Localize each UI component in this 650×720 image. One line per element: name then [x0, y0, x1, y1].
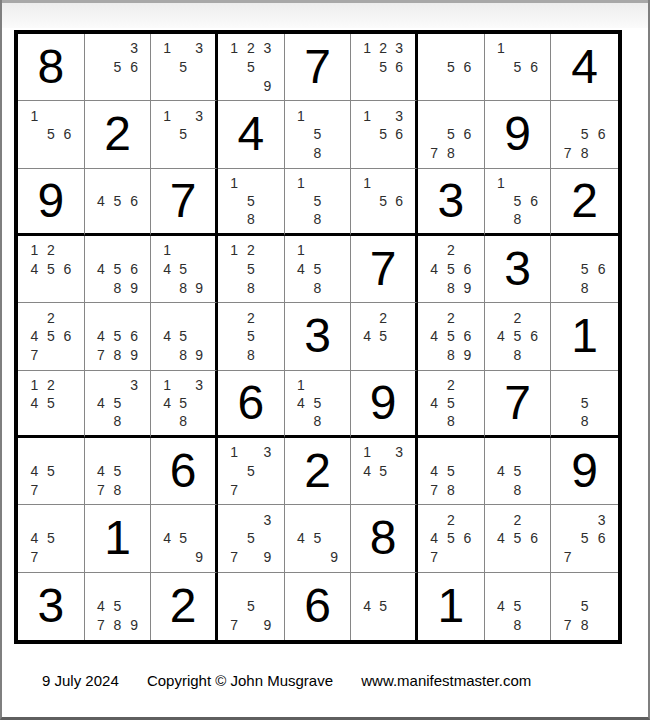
cell-r1c6[interactable]: 12356 [351, 34, 418, 101]
candidate-5: 5 [175, 327, 191, 346]
candidate-5: 5 [43, 327, 60, 346]
candidate-4: 4 [493, 462, 510, 481]
cell-r5c1[interactable]: 24567 [18, 303, 85, 370]
candidate-4: 4 [26, 462, 43, 481]
candidate-4: 4 [159, 260, 175, 279]
cell-r6c4[interactable]: 6 [218, 371, 285, 438]
cell-r8c8[interactable]: 2456 [485, 505, 552, 572]
candidate-4: 4 [493, 597, 510, 616]
candidate-8: 8 [309, 279, 326, 298]
candidate-2: 2 [43, 308, 60, 327]
cell-r8c9[interactable]: 3567 [551, 505, 618, 572]
candidate-5: 5 [509, 597, 526, 616]
candidate-7: 7 [226, 548, 243, 567]
candidate-1: 1 [359, 39, 375, 58]
cell-r1c1[interactable]: 8 [18, 34, 85, 101]
candidate-5: 5 [43, 462, 60, 481]
candidate-5: 5 [443, 462, 460, 481]
candidate-5: 5 [109, 58, 126, 77]
candidate-9: 9 [191, 346, 207, 365]
cell-r9c5[interactable]: 6 [285, 573, 352, 640]
cell-r5c2[interactable]: 456789 [85, 303, 152, 370]
candidate-3: 3 [391, 39, 407, 58]
candidate-5: 5 [175, 529, 191, 548]
pencil-marks: 24567 [18, 303, 84, 369]
cell-r2c3[interactable]: 135 [151, 101, 218, 168]
candidate-6: 6 [59, 125, 76, 144]
cell-r5c4[interactable]: 258 [218, 303, 285, 370]
cell-r9c7[interactable]: 1 [418, 573, 485, 640]
cell-r1c5[interactable]: 7 [285, 34, 352, 101]
candidate-8: 8 [576, 279, 593, 298]
pencil-marks: 158 [285, 169, 351, 233]
pencil-marks: 245 [351, 303, 415, 369]
candidate-5: 5 [109, 597, 126, 616]
placed-digit: 6 [151, 438, 215, 504]
candidate-8: 8 [443, 481, 460, 500]
placed-digit: 2 [285, 438, 351, 504]
candidate-7: 7 [93, 616, 110, 635]
cell-r1c3[interactable]: 135 [151, 34, 218, 101]
candidate-5: 5 [375, 597, 391, 616]
pencil-marks: 245689 [418, 236, 484, 302]
candidate-9: 9 [191, 279, 207, 298]
cell-r2c6[interactable]: 1356 [351, 101, 418, 168]
candidate-4: 4 [93, 260, 110, 279]
pencil-marks: 568 [551, 236, 618, 302]
placed-digit: 9 [551, 438, 618, 504]
pencil-marks: 1258 [218, 236, 284, 302]
pencil-marks: 4589 [151, 303, 215, 369]
cell-r8c4[interactable]: 3579 [218, 505, 285, 572]
candidate-2: 2 [243, 241, 260, 260]
candidate-5: 5 [175, 58, 191, 77]
candidate-5: 5 [443, 394, 460, 412]
candidate-6: 6 [59, 327, 76, 346]
candidate-2: 2 [443, 308, 460, 327]
cell-r8c6[interactable]: 8 [351, 505, 418, 572]
cell-r7c3[interactable]: 6 [151, 438, 218, 505]
footer-website: www.manifestmaster.com [361, 672, 531, 689]
candidate-8: 8 [309, 412, 326, 430]
cell-r8c1[interactable]: 457 [18, 505, 85, 572]
candidate-1: 1 [293, 106, 310, 125]
placed-digit: 7 [285, 34, 351, 100]
candidate-4: 4 [359, 597, 375, 616]
candidate-1: 1 [359, 174, 375, 192]
pencil-marks: 356 [85, 34, 151, 100]
cell-r7c8[interactable]: 458 [485, 438, 552, 505]
candidate-5: 5 [243, 529, 260, 548]
candidate-7: 7 [559, 144, 576, 163]
pencil-marks: 3579 [218, 505, 284, 571]
placed-digit: 9 [351, 371, 415, 435]
cell-r9c9[interactable]: 578 [551, 573, 618, 640]
pencil-marks: 3458 [85, 371, 151, 435]
placed-digit: 8 [18, 34, 84, 100]
pencil-marks: 457 [18, 438, 84, 504]
pencil-marks: 135 [151, 101, 215, 167]
placed-digit: 9 [485, 101, 551, 167]
candidate-6: 6 [593, 125, 610, 144]
pencil-marks: 156 [18, 101, 84, 167]
pencil-marks: 459 [285, 505, 351, 571]
candidate-8: 8 [443, 346, 460, 365]
candidate-5: 5 [109, 462, 126, 481]
candidate-5: 5 [175, 394, 191, 412]
candidate-8: 8 [443, 279, 460, 298]
candidate-7: 7 [559, 616, 576, 635]
candidate-8: 8 [243, 279, 260, 298]
cell-r7c4[interactable]: 1357 [218, 438, 285, 505]
candidate-1: 1 [359, 106, 375, 125]
candidate-9: 9 [126, 279, 143, 298]
sudoku-board: 8356135123597123565615641562135415813565… [14, 30, 622, 644]
cell-r3c6[interactable]: 156 [351, 169, 418, 236]
candidate-9: 9 [126, 616, 143, 635]
candidate-4: 4 [493, 529, 510, 548]
cell-r2c9[interactable]: 5678 [551, 101, 618, 168]
candidate-8: 8 [109, 616, 126, 635]
candidate-8: 8 [309, 144, 326, 163]
pencil-marks: 245689 [418, 303, 484, 369]
candidate-7: 7 [26, 346, 43, 365]
candidate-9: 9 [459, 346, 476, 365]
candidate-4: 4 [293, 260, 310, 279]
cell-r4c4[interactable]: 1258 [218, 236, 285, 303]
candidate-6: 6 [126, 260, 143, 279]
cell-r9c1[interactable]: 3 [18, 573, 85, 640]
candidate-5: 5 [109, 192, 126, 210]
cell-r6c3[interactable]: 13458 [151, 371, 218, 438]
cell-r3c4[interactable]: 158 [218, 169, 285, 236]
cell-r4c7[interactable]: 245689 [418, 236, 485, 303]
candidate-1: 1 [26, 241, 43, 260]
pencil-marks: 3567 [551, 505, 618, 571]
cell-r4c1[interactable]: 12456 [18, 236, 85, 303]
candidate-6: 6 [459, 529, 476, 548]
candidate-3: 3 [593, 510, 610, 529]
cell-r4c8[interactable]: 3 [485, 236, 552, 303]
candidate-1: 1 [26, 106, 43, 125]
candidate-5: 5 [509, 327, 526, 346]
candidate-2: 2 [509, 510, 526, 529]
placed-digit: 4 [551, 34, 618, 100]
candidate-1: 1 [159, 241, 175, 260]
candidate-6: 6 [126, 192, 143, 210]
candidate-7: 7 [26, 548, 43, 567]
candidate-6: 6 [593, 260, 610, 279]
cell-r4c5[interactable]: 1458 [285, 236, 352, 303]
pencil-marks: 456 [85, 169, 151, 233]
candidate-4: 4 [159, 529, 175, 548]
cell-r6c7[interactable]: 2458 [418, 371, 485, 438]
cell-r1c9[interactable]: 4 [551, 34, 618, 101]
pencil-marks: 459 [151, 505, 215, 571]
pencil-marks: 579 [218, 573, 284, 640]
pencil-marks: 1245 [18, 371, 84, 435]
footer: 9 July 2024 Copyright © John Musgrave ww… [42, 672, 531, 689]
candidate-5: 5 [375, 125, 391, 144]
pencil-marks: 56 [418, 34, 484, 100]
placed-digit: 7 [151, 169, 215, 233]
pencil-marks: 457 [18, 505, 84, 571]
candidate-8: 8 [243, 346, 260, 365]
cell-r7c9[interactable]: 9 [551, 438, 618, 505]
candidate-4: 4 [359, 462, 375, 481]
candidate-8: 8 [576, 144, 593, 163]
candidate-6: 6 [126, 327, 143, 346]
candidate-4: 4 [26, 394, 43, 412]
candidate-4: 4 [426, 394, 443, 412]
candidate-9: 9 [259, 548, 276, 567]
cell-r6c1[interactable]: 1245 [18, 371, 85, 438]
candidate-9: 9 [459, 279, 476, 298]
candidate-5: 5 [243, 597, 260, 616]
candidate-5: 5 [375, 58, 391, 77]
cell-r1c7[interactable]: 56 [418, 34, 485, 101]
candidate-3: 3 [391, 443, 407, 462]
pencil-marks: 4578 [418, 438, 484, 504]
candidate-8: 8 [109, 279, 126, 298]
candidate-6: 6 [459, 58, 476, 77]
candidate-3: 3 [191, 39, 207, 58]
candidate-9: 9 [191, 548, 207, 567]
placed-digit: 3 [285, 303, 351, 369]
candidate-4: 4 [293, 529, 310, 548]
placed-digit: 1 [418, 573, 484, 640]
cell-r5c5[interactable]: 3 [285, 303, 352, 370]
candidate-5: 5 [443, 529, 460, 548]
candidate-9: 9 [326, 548, 343, 567]
candidate-5: 5 [309, 192, 326, 210]
cell-r3c2[interactable]: 456 [85, 169, 152, 236]
cell-r6c6[interactable]: 9 [351, 371, 418, 438]
sudoku-page: 8356135123597123565615641562135415813565… [0, 0, 650, 720]
candidate-5: 5 [243, 192, 260, 210]
candidate-5: 5 [375, 192, 391, 210]
cell-r2c5[interactable]: 158 [285, 101, 352, 168]
cell-r8c7[interactable]: 24567 [418, 505, 485, 572]
candidate-2: 2 [443, 241, 460, 260]
candidate-1: 1 [359, 443, 375, 462]
candidate-7: 7 [426, 548, 443, 567]
cell-r1c8[interactable]: 156 [485, 34, 552, 101]
candidate-5: 5 [576, 529, 593, 548]
candidate-1: 1 [159, 39, 175, 58]
candidate-8: 8 [443, 412, 460, 430]
candidate-3: 3 [259, 39, 276, 58]
cell-r7c5[interactable]: 2 [285, 438, 352, 505]
cell-r7c2[interactable]: 4578 [85, 438, 152, 505]
pencil-marks: 45689 [85, 236, 151, 302]
candidate-7: 7 [426, 481, 443, 500]
candidate-8: 8 [175, 279, 191, 298]
cell-r3c7[interactable]: 3 [418, 169, 485, 236]
candidate-5: 5 [309, 125, 326, 144]
candidate-2: 2 [243, 39, 260, 58]
cell-r7c1[interactable]: 457 [18, 438, 85, 505]
cell-r5c3[interactable]: 4589 [151, 303, 218, 370]
candidate-8: 8 [309, 210, 326, 228]
candidate-7: 7 [426, 144, 443, 163]
candidate-1: 1 [226, 39, 243, 58]
cell-r5c6[interactable]: 245 [351, 303, 418, 370]
candidate-2: 2 [43, 376, 60, 394]
candidate-4: 4 [93, 394, 110, 412]
placed-digit: 8 [351, 505, 415, 571]
cell-r1c2[interactable]: 356 [85, 34, 152, 101]
cell-r2c8[interactable]: 9 [485, 101, 552, 168]
candidate-4: 4 [93, 597, 110, 616]
candidate-5: 5 [509, 462, 526, 481]
cell-r9c8[interactable]: 458 [485, 573, 552, 640]
candidate-4: 4 [159, 394, 175, 412]
candidate-3: 3 [191, 376, 207, 394]
candidate-6: 6 [526, 58, 543, 77]
cell-r9c3[interactable]: 2 [151, 573, 218, 640]
cell-r6c2[interactable]: 3458 [85, 371, 152, 438]
pencil-marks: 1345 [351, 438, 415, 504]
cell-r3c3[interactable]: 7 [151, 169, 218, 236]
candidate-5: 5 [443, 327, 460, 346]
candidate-2: 2 [43, 241, 60, 260]
candidate-3: 3 [126, 39, 143, 58]
candidate-1: 1 [26, 376, 43, 394]
candidate-5: 5 [243, 462, 260, 481]
candidate-8: 8 [509, 346, 526, 365]
candidate-4: 4 [359, 327, 375, 346]
candidate-4: 4 [93, 192, 110, 210]
cell-r9c6[interactable]: 45 [351, 573, 418, 640]
cell-r2c1[interactable]: 156 [18, 101, 85, 168]
cell-r8c3[interactable]: 459 [151, 505, 218, 572]
cell-r6c9[interactable]: 58 [551, 371, 618, 438]
pencil-marks: 24567 [418, 505, 484, 571]
candidate-2: 2 [443, 376, 460, 394]
pencil-marks: 158 [218, 169, 284, 233]
candidate-2: 2 [375, 39, 391, 58]
candidate-8: 8 [243, 210, 260, 228]
candidate-8: 8 [576, 616, 593, 635]
candidate-3: 3 [259, 443, 276, 462]
cell-r3c5[interactable]: 158 [285, 169, 352, 236]
placed-digit: 3 [485, 236, 551, 302]
placed-digit: 2 [151, 573, 215, 640]
candidate-2: 2 [509, 308, 526, 327]
candidate-5: 5 [576, 597, 593, 616]
candidate-6: 6 [459, 125, 476, 144]
candidate-4: 4 [93, 462, 110, 481]
pencil-marks: 45789 [85, 573, 151, 640]
candidate-6: 6 [391, 125, 407, 144]
cell-r6c8[interactable]: 7 [485, 371, 552, 438]
cell-r4c6[interactable]: 7 [351, 236, 418, 303]
pencil-marks: 1357 [218, 438, 284, 504]
candidate-4: 4 [93, 327, 110, 346]
cell-r7c7[interactable]: 4578 [418, 438, 485, 505]
candidate-5: 5 [43, 394, 60, 412]
cell-r5c9[interactable]: 1 [551, 303, 618, 370]
cell-r4c3[interactable]: 14589 [151, 236, 218, 303]
candidate-6: 6 [459, 260, 476, 279]
candidate-5: 5 [443, 58, 460, 77]
placed-digit: 6 [218, 371, 284, 435]
candidate-4: 4 [159, 327, 175, 346]
candidate-6: 6 [526, 192, 543, 210]
candidate-5: 5 [443, 260, 460, 279]
cell-r2c7[interactable]: 5678 [418, 101, 485, 168]
candidate-1: 1 [226, 174, 243, 192]
candidate-1: 1 [226, 443, 243, 462]
candidate-5: 5 [509, 192, 526, 210]
cell-r5c8[interactable]: 24568 [485, 303, 552, 370]
pencil-marks: 158 [285, 101, 351, 167]
candidate-1: 1 [493, 174, 510, 192]
cell-r9c4[interactable]: 579 [218, 573, 285, 640]
candidate-6: 6 [126, 58, 143, 77]
candidate-8: 8 [175, 412, 191, 430]
cell-r4c9[interactable]: 568 [551, 236, 618, 303]
candidate-5: 5 [243, 260, 260, 279]
cell-r8c2[interactable]: 1 [85, 505, 152, 572]
cell-r3c1[interactable]: 9 [18, 169, 85, 236]
pencil-marks: 13458 [151, 371, 215, 435]
candidate-1: 1 [226, 241, 243, 260]
cell-r3c8[interactable]: 1568 [485, 169, 552, 236]
candidate-7: 7 [26, 481, 43, 500]
footer-date: 9 July 2024 [42, 672, 119, 689]
cell-r2c4[interactable]: 4 [218, 101, 285, 168]
candidate-6: 6 [526, 529, 543, 548]
candidate-6: 6 [391, 58, 407, 77]
pencil-marks: 58 [551, 371, 618, 435]
candidate-5: 5 [43, 529, 60, 548]
candidate-1: 1 [159, 106, 175, 125]
candidate-5: 5 [309, 260, 326, 279]
cell-r1c4[interactable]: 12359 [218, 34, 285, 101]
placed-digit: 3 [18, 573, 84, 640]
cell-r6c5[interactable]: 1458 [285, 371, 352, 438]
footer-copyright: Copyright © John Musgrave [147, 672, 333, 689]
candidate-5: 5 [375, 327, 391, 346]
candidate-4: 4 [493, 327, 510, 346]
candidate-5: 5 [309, 529, 326, 548]
candidate-3: 3 [391, 106, 407, 125]
candidate-8: 8 [175, 346, 191, 365]
candidate-8: 8 [576, 412, 593, 430]
candidate-9: 9 [259, 616, 276, 635]
candidate-7: 7 [226, 481, 243, 500]
candidate-4: 4 [26, 529, 43, 548]
placed-digit: 4 [218, 101, 284, 167]
cell-r2c2[interactable]: 2 [85, 101, 152, 168]
pencil-marks: 456789 [85, 303, 151, 369]
candidate-4: 4 [426, 462, 443, 481]
cell-r3c9[interactable]: 2 [551, 169, 618, 236]
cell-r5c7[interactable]: 245689 [418, 303, 485, 370]
pencil-marks: 1568 [485, 169, 551, 233]
candidate-8: 8 [509, 481, 526, 500]
candidate-2: 2 [375, 308, 391, 327]
placed-digit: 3 [418, 169, 484, 233]
candidate-5: 5 [43, 260, 60, 279]
cell-r4c2[interactable]: 45689 [85, 236, 152, 303]
cell-r9c2[interactable]: 45789 [85, 573, 152, 640]
cell-r8c5[interactable]: 459 [285, 505, 352, 572]
pencil-marks: 5678 [418, 101, 484, 167]
cell-r7c6[interactable]: 1345 [351, 438, 418, 505]
